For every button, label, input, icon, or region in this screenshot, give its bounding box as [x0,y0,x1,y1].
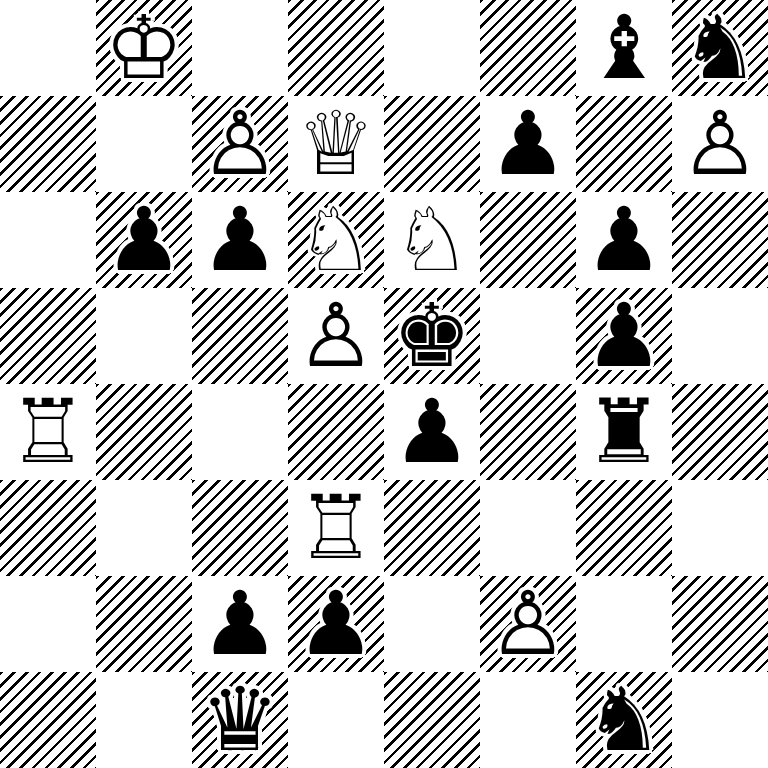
piece-glyph: ♘ [297,196,376,284]
black-pawn: ♟♟ [576,288,672,384]
piece-glyph: ♟ [585,292,664,380]
square-b4[interactable] [96,384,192,480]
square-b5[interactable] [96,288,192,384]
square-e1[interactable] [384,672,480,768]
piece-glyph: ♞ [585,676,664,764]
square-g5[interactable]: ♟♟ [576,288,672,384]
square-g3[interactable] [576,480,672,576]
black-pawn: ♟♟ [384,384,480,480]
chess-board: ♚♔♝♝♞♞♟♙♛♕♟♟♟♙♟♟♟♟♞♘♞♘♟♟♟♙♚♚♟♟♜♖♟♟♜♜♜♖♟♟… [0,0,768,768]
square-c7[interactable]: ♟♙ [192,96,288,192]
black-knight: ♞♞ [576,672,672,768]
square-f7[interactable]: ♟♟ [480,96,576,192]
square-f5[interactable] [480,288,576,384]
piece-glyph: ♟ [105,196,184,284]
black-king: ♚♚ [384,288,480,384]
square-a7[interactable] [0,96,96,192]
square-h6[interactable] [672,192,768,288]
piece-glyph: ♔ [105,4,184,92]
square-c8[interactable] [192,0,288,96]
piece-glyph: ♖ [297,484,376,572]
square-d3[interactable]: ♜♖ [288,480,384,576]
square-g8[interactable]: ♝♝ [576,0,672,96]
black-knight: ♞♞ [672,0,768,96]
square-e5[interactable]: ♚♚ [384,288,480,384]
black-pawn: ♟♟ [576,192,672,288]
square-f6[interactable] [480,192,576,288]
square-c1[interactable]: ♛♛ [192,672,288,768]
square-g7[interactable] [576,96,672,192]
white-rook: ♜♖ [288,480,384,576]
square-e4[interactable]: ♟♟ [384,384,480,480]
square-b2[interactable] [96,576,192,672]
square-a2[interactable] [0,576,96,672]
square-b6[interactable]: ♟♟ [96,192,192,288]
square-e2[interactable] [384,576,480,672]
white-queen: ♛♕ [288,96,384,192]
square-h5[interactable] [672,288,768,384]
piece-glyph: ♘ [393,196,472,284]
square-d1[interactable] [288,672,384,768]
white-rook: ♜♖ [0,384,96,480]
piece-glyph: ♛ [201,676,280,764]
square-a4[interactable]: ♜♖ [0,384,96,480]
square-d8[interactable] [288,0,384,96]
square-f8[interactable] [480,0,576,96]
piece-glyph: ♟ [585,196,664,284]
black-bishop: ♝♝ [576,0,672,96]
square-a5[interactable] [0,288,96,384]
square-e3[interactable] [384,480,480,576]
square-b1[interactable] [96,672,192,768]
square-h8[interactable]: ♞♞ [672,0,768,96]
square-f4[interactable] [480,384,576,480]
black-pawn: ♟♟ [288,576,384,672]
square-d2[interactable]: ♟♟ [288,576,384,672]
piece-glyph: ♟ [201,580,280,668]
piece-glyph: ♖ [9,388,88,476]
square-g4[interactable]: ♜♜ [576,384,672,480]
piece-glyph: ♕ [297,100,376,188]
square-a8[interactable] [0,0,96,96]
square-f1[interactable] [480,672,576,768]
white-king: ♚♔ [96,0,192,96]
piece-glyph: ♟ [297,580,376,668]
square-d6[interactable]: ♞♘ [288,192,384,288]
piece-glyph: ♚ [393,292,472,380]
black-pawn: ♟♟ [192,192,288,288]
black-pawn: ♟♟ [480,96,576,192]
square-e6[interactable]: ♞♘ [384,192,480,288]
square-a3[interactable] [0,480,96,576]
white-pawn: ♟♙ [192,96,288,192]
white-knight: ♞♘ [384,192,480,288]
piece-glyph: ♟ [393,388,472,476]
square-b3[interactable] [96,480,192,576]
white-pawn: ♟♙ [288,288,384,384]
square-c4[interactable] [192,384,288,480]
square-h4[interactable] [672,384,768,480]
square-h1[interactable] [672,672,768,768]
square-e7[interactable] [384,96,480,192]
square-a1[interactable] [0,672,96,768]
piece-glyph: ♟ [201,196,280,284]
square-d5[interactable]: ♟♙ [288,288,384,384]
black-queen: ♛♛ [192,672,288,768]
square-a6[interactable] [0,192,96,288]
piece-glyph: ♙ [297,292,376,380]
piece-glyph: ♙ [489,580,568,668]
square-g2[interactable] [576,576,672,672]
piece-glyph: ♝ [585,4,664,92]
piece-glyph: ♙ [201,100,280,188]
square-b7[interactable] [96,96,192,192]
square-c3[interactable] [192,480,288,576]
white-pawn: ♟♙ [672,96,768,192]
square-f2[interactable]: ♟♙ [480,576,576,672]
square-c5[interactable] [192,288,288,384]
square-c6[interactable]: ♟♟ [192,192,288,288]
square-g6[interactable]: ♟♟ [576,192,672,288]
piece-glyph: ♟ [489,100,568,188]
piece-glyph: ♜ [585,388,664,476]
square-d4[interactable] [288,384,384,480]
square-g1[interactable]: ♞♞ [576,672,672,768]
square-f3[interactable] [480,480,576,576]
white-knight: ♞♘ [288,192,384,288]
black-pawn: ♟♟ [96,192,192,288]
square-b8[interactable]: ♚♔ [96,0,192,96]
black-rook: ♜♜ [576,384,672,480]
square-h3[interactable] [672,480,768,576]
black-pawn: ♟♟ [192,576,288,672]
square-h7[interactable]: ♟♙ [672,96,768,192]
square-h2[interactable] [672,576,768,672]
white-pawn: ♟♙ [480,576,576,672]
square-d7[interactable]: ♛♕ [288,96,384,192]
square-c2[interactable]: ♟♟ [192,576,288,672]
square-e8[interactable] [384,0,480,96]
piece-glyph: ♞ [681,4,760,92]
piece-glyph: ♙ [681,100,760,188]
